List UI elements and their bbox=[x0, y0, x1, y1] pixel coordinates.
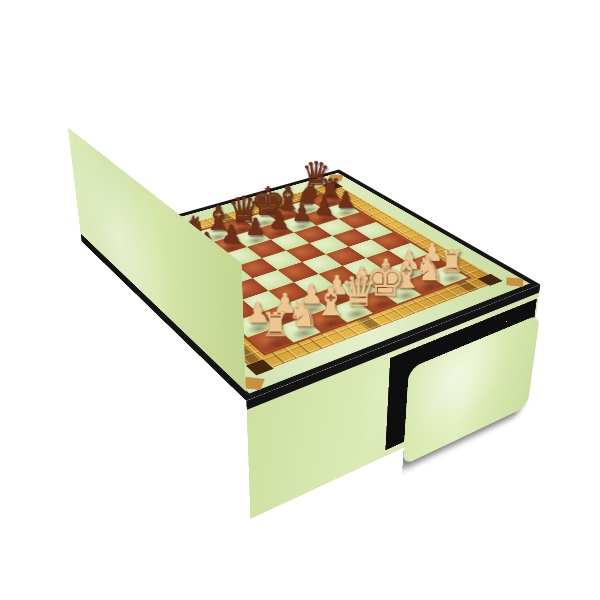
border-corner-accent bbox=[246, 359, 274, 375]
product-photo-scene: ♜♞♝♛♚♝♞♜♟♟♟♟♟♟♟♟♛♟♟♟♟♟♟♟♟♜♞♝♛♚♝♞♜ ♛ bbox=[0, 0, 600, 600]
border-corner-accent bbox=[478, 274, 503, 286]
piece-white-rook-a1: ♜ bbox=[259, 309, 292, 342]
box-side-left-apron bbox=[68, 127, 247, 401]
chess-box: ♜♞♝♛♚♝♞♜♟♟♟♟♟♟♟♟♛♟♟♟♟♟♟♟♟♜♞♝♛♚♝♞♜ ♛ bbox=[82, 169, 541, 400]
margin-accent bbox=[506, 277, 523, 287]
storage-drawer bbox=[403, 314, 540, 466]
piece-black-pawn-d7: ♟ bbox=[241, 215, 269, 239]
